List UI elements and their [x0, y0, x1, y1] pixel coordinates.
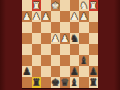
square-d2[interactable] [60, 11, 70, 22]
square-a3[interactable] [89, 22, 99, 33]
piece-white-king-icon: ♚ [51, 0, 60, 10]
square-c7[interactable]: ♟ [70, 66, 80, 77]
square-e1[interactable]: ♚ [51, 0, 61, 11]
piece-black-rook-icon: ♜ [89, 77, 98, 87]
square-b3[interactable] [79, 22, 89, 33]
piece-white-pawn-icon: ♟ [60, 33, 69, 43]
piece-white-pawn-icon: ♟ [79, 11, 88, 21]
square-d4[interactable]: ♟ [60, 33, 70, 44]
square-e7[interactable] [51, 66, 61, 77]
square-c4[interactable]: ♞ [70, 33, 80, 44]
square-g7[interactable] [32, 66, 42, 77]
piece-white-rook-icon: ♜ [89, 0, 98, 10]
square-g5[interactable] [32, 44, 42, 55]
piece-black-king-icon: ♚ [51, 77, 60, 87]
square-h5[interactable] [22, 44, 32, 55]
piece-black-pawn-icon: ♟ [89, 66, 98, 76]
square-c2[interactable]: ♟ [70, 11, 80, 22]
square-g6[interactable] [32, 55, 42, 66]
square-d3[interactable] [60, 22, 70, 33]
square-b5[interactable] [79, 44, 89, 55]
piece-white-pawn-icon: ♟ [70, 11, 79, 21]
piece-white-knight-icon: ♞ [79, 0, 88, 10]
square-b8[interactable] [79, 77, 89, 88]
square-h4[interactable] [22, 33, 32, 44]
square-g4[interactable] [32, 33, 42, 44]
square-b7[interactable] [79, 66, 89, 77]
square-a8[interactable]: ♜ [89, 77, 99, 88]
square-d6[interactable] [60, 55, 70, 66]
square-c3[interactable] [70, 22, 80, 33]
piece-white-pawn-icon: ♟ [32, 11, 41, 21]
square-h7[interactable]: ♟ [22, 66, 32, 77]
square-d7[interactable] [60, 66, 70, 77]
square-f6[interactable] [41, 55, 51, 66]
square-g2[interactable]: ♟ [32, 11, 42, 22]
square-h6[interactable] [22, 55, 32, 66]
chess-board: ♜♚♞♜♟♟♟♟♟♟♟♞♝♟♟♟♜♚♛♝♜ [22, 0, 98, 88]
square-g8[interactable]: ♜ [32, 77, 42, 88]
piece-white-pawn-icon: ♟ [51, 33, 60, 43]
square-d5[interactable] [60, 44, 70, 55]
square-b2[interactable]: ♟ [79, 11, 89, 22]
square-e8[interactable]: ♚ [51, 77, 61, 88]
square-b6[interactable]: ♝ [79, 55, 89, 66]
square-a7[interactable]: ♟ [89, 66, 99, 77]
square-f2[interactable]: ♟ [41, 11, 51, 22]
piece-black-bishop-icon: ♝ [79, 55, 88, 65]
square-e3[interactable] [51, 22, 61, 33]
square-f7[interactable] [41, 66, 51, 77]
piece-black-bishop-icon: ♝ [70, 77, 79, 87]
square-f1[interactable] [41, 0, 51, 11]
square-e5[interactable] [51, 44, 61, 55]
piece-white-rook-icon: ♜ [32, 0, 41, 10]
square-e2[interactable] [51, 11, 61, 22]
square-a1[interactable]: ♜ [89, 0, 99, 11]
square-c1[interactable] [70, 0, 80, 11]
square-e4[interactable]: ♟ [51, 33, 61, 44]
square-b4[interactable] [79, 33, 89, 44]
square-g3[interactable] [32, 22, 42, 33]
square-c5[interactable] [70, 44, 80, 55]
piece-black-knight-icon: ♞ [70, 33, 79, 43]
square-f8[interactable] [41, 77, 51, 88]
square-g1[interactable]: ♜ [32, 0, 42, 11]
square-a4[interactable] [89, 33, 99, 44]
square-d8[interactable]: ♛ [60, 77, 70, 88]
square-f3[interactable] [41, 22, 51, 33]
square-c8[interactable]: ♝ [70, 77, 80, 88]
piece-black-pawn-icon: ♟ [70, 66, 79, 76]
square-h8[interactable] [22, 77, 32, 88]
square-e6[interactable] [51, 55, 61, 66]
piece-black-rook-icon: ♜ [32, 77, 41, 87]
square-f5[interactable] [41, 44, 51, 55]
square-h2[interactable]: ♟ [22, 11, 32, 22]
square-a6[interactable] [89, 55, 99, 66]
square-h1[interactable] [22, 0, 32, 11]
piece-white-pawn-icon: ♟ [22, 11, 31, 21]
square-a5[interactable] [89, 44, 99, 55]
square-c6[interactable] [70, 55, 80, 66]
piece-black-queen-icon: ♛ [60, 77, 69, 87]
piece-black-pawn-icon: ♟ [22, 66, 31, 76]
square-a2[interactable] [89, 11, 99, 22]
square-f4[interactable] [41, 33, 51, 44]
square-d1[interactable] [60, 0, 70, 11]
square-b1[interactable]: ♞ [79, 0, 89, 11]
piece-white-pawn-icon: ♟ [41, 11, 50, 21]
square-h3[interactable] [22, 22, 32, 33]
